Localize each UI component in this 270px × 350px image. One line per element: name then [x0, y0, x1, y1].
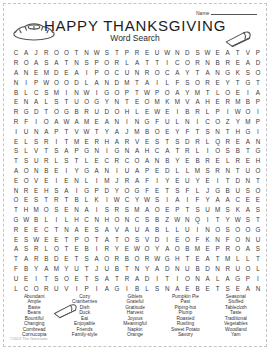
grid-cell: U: [92, 107, 102, 117]
grid-cell: M: [51, 264, 61, 274]
grid-cell: Y: [152, 244, 162, 254]
grid-cell: L: [61, 215, 71, 225]
grid-cell: S: [21, 244, 31, 254]
grid-cell: I: [203, 215, 213, 225]
grid-cell: S: [122, 205, 132, 215]
grid-cell: M: [122, 77, 132, 87]
grid-cell: Y: [182, 68, 192, 78]
grid-cell: I: [92, 244, 102, 254]
grid-cell: S: [223, 146, 233, 156]
grid-cell: V: [31, 146, 41, 156]
grid-cell: B: [152, 224, 162, 234]
grid-cell: S: [172, 136, 182, 146]
grid-cell: N: [92, 215, 102, 225]
grid-cell: O: [112, 215, 122, 225]
grid-cell: R: [182, 146, 192, 156]
grid-cell: S: [243, 185, 253, 195]
grid-cell: W: [152, 107, 162, 117]
grid-cell: I: [21, 77, 31, 87]
grid-cell: D: [51, 254, 61, 264]
grid-cell: I: [31, 273, 41, 283]
grid-cell: D: [31, 107, 41, 117]
grid-cell: W: [41, 77, 51, 87]
grid-cell: A: [31, 97, 41, 107]
grid-cell: O: [253, 166, 263, 176]
grid-cell: P: [71, 146, 81, 156]
grid-cell: W: [61, 117, 71, 127]
grid-cell: E: [41, 234, 51, 244]
word-item: Orange: [127, 332, 143, 337]
grid-cell: E: [61, 254, 71, 264]
grid-cell: T: [61, 126, 71, 136]
grid-cell: A: [223, 48, 233, 58]
grid-cell: T: [92, 126, 102, 136]
grid-cell: E: [92, 156, 102, 166]
grid-cell: P: [253, 48, 263, 58]
grid-cell: A: [21, 48, 31, 58]
grid-cell: E: [162, 205, 172, 215]
grid-cell: L: [172, 117, 182, 127]
grid-cell: H: [122, 107, 132, 117]
grid-cell: E: [203, 283, 213, 293]
grid-cell: Y: [31, 264, 41, 274]
grid-cell: A: [92, 254, 102, 264]
grid-cell: S: [253, 205, 263, 215]
grid-cell: N: [122, 146, 132, 156]
grid-cell: O: [172, 244, 182, 254]
grid-cell: N: [102, 77, 112, 87]
grid-cell: B: [233, 146, 243, 156]
grid-cell: A: [253, 87, 263, 97]
grid-cell: M: [82, 117, 92, 127]
grid-cell: S: [192, 48, 202, 58]
grid-cell: A: [243, 205, 253, 215]
grid-cell: A: [243, 283, 253, 293]
grid-cell: C: [41, 224, 51, 234]
grid-cell: T: [213, 215, 223, 225]
grid-cell: I: [162, 234, 172, 244]
grid-cell: A: [203, 254, 213, 264]
grid-cell: M: [132, 126, 142, 136]
grid-cell: I: [71, 185, 81, 195]
grid-cell: R: [122, 273, 132, 283]
grid-cell: B: [82, 244, 92, 254]
grid-cell: W: [132, 244, 142, 254]
grid-cell: N: [102, 166, 112, 176]
grid-cell: K: [203, 234, 213, 244]
grid-cell: I: [102, 195, 112, 205]
grid-cell: N: [132, 117, 142, 127]
grid-cell: E: [203, 244, 213, 254]
grid-cell: L: [21, 146, 31, 156]
grid-cell: A: [112, 136, 122, 146]
grid-cell: L: [253, 264, 263, 274]
grid-cell: A: [122, 224, 132, 234]
grid-cell: D: [71, 77, 81, 87]
grid-cell: O: [21, 58, 31, 68]
grid-cell: U: [162, 117, 172, 127]
grid-cell: T: [112, 234, 122, 244]
grid-cell: O: [51, 244, 61, 254]
grid-cell: E: [182, 283, 192, 293]
grid-cell: Y: [112, 244, 122, 254]
grid-cell: D: [112, 77, 122, 87]
grid-cell: N: [243, 175, 253, 185]
grid-cell: I: [92, 87, 102, 97]
grid-cell: A: [162, 244, 172, 254]
grid-cell: L: [192, 146, 202, 156]
grid-cell: G: [142, 117, 152, 127]
grid-cell: R: [41, 48, 51, 58]
grid-cell: Y: [71, 166, 81, 176]
grid-cell: E: [182, 156, 192, 166]
grid-cell: M: [192, 87, 202, 97]
grid-cell: N: [71, 205, 81, 215]
grid-cell: P: [82, 283, 92, 293]
grid-cell: A: [112, 126, 122, 136]
grid-cell: S: [102, 205, 112, 215]
grid-cell: Y: [172, 156, 182, 166]
grid-cell: H: [233, 126, 243, 136]
grid-cell: A: [132, 166, 142, 176]
grid-cell: I: [122, 117, 132, 127]
grid-cell: I: [172, 273, 182, 283]
grid-cell: A: [102, 224, 112, 234]
grid-cell: A: [51, 58, 61, 68]
grid-cell: S: [243, 215, 253, 225]
grid-cell: A: [41, 126, 51, 136]
grid-cell: T: [253, 175, 263, 185]
grid-cell: L: [11, 283, 21, 293]
grid-cell: M: [243, 117, 253, 127]
grid-cell: E: [233, 136, 243, 146]
grid-cell: R: [112, 58, 122, 68]
grid-cell: U: [31, 156, 41, 166]
grid-cell: D: [182, 136, 192, 146]
grid-cell: I: [162, 58, 172, 68]
grid-cell: G: [233, 273, 243, 283]
grid-cell: D: [152, 234, 162, 244]
grid-cell: O: [213, 146, 223, 156]
grid-cell: O: [142, 244, 152, 254]
grid-cell: T: [41, 146, 51, 156]
grid-cell: L: [82, 77, 92, 87]
grid-cell: T: [41, 273, 51, 283]
grid-cell: T: [162, 185, 172, 195]
grid-cell: V: [182, 97, 192, 107]
grid-cell: N: [203, 58, 213, 68]
grid-cell: A: [172, 87, 182, 97]
grid-cell: P: [172, 205, 182, 215]
grid-cell: W: [152, 254, 162, 264]
grid-cell: I: [162, 195, 172, 205]
grid-cell: R: [11, 58, 21, 68]
grid-cell: O: [61, 77, 71, 87]
grid-cell: T: [142, 58, 152, 68]
grid-cell: G: [11, 215, 21, 225]
grid-cell: W: [82, 87, 92, 97]
grid-cell: A: [172, 283, 182, 293]
grid-cell: U: [243, 166, 253, 176]
grid-cell: E: [172, 175, 182, 185]
grid-cell: B: [213, 58, 223, 68]
grid-cell: T: [71, 254, 81, 264]
grid-cell: W: [203, 48, 213, 58]
grid-cell: T: [41, 107, 51, 117]
grid-cell: W: [172, 215, 182, 225]
grid-cell: H: [71, 215, 81, 225]
word-item: Family-style: [72, 332, 98, 337]
grid-cell: A: [152, 264, 162, 274]
grid-cell: C: [122, 195, 132, 205]
grid-cell: U: [132, 224, 142, 234]
grid-cell: D: [162, 166, 172, 176]
grid-cell: Y: [223, 77, 233, 87]
grid-cell: F: [11, 264, 21, 274]
grid-cell: E: [142, 107, 152, 117]
grid-cell: E: [142, 48, 152, 58]
grid-cell: R: [31, 254, 41, 264]
grid-cell: H: [172, 254, 182, 264]
grid-cell: N: [213, 264, 223, 274]
grid-cell: T: [71, 156, 81, 166]
grid-cell: O: [213, 117, 223, 127]
grid-cell: R: [213, 166, 223, 176]
grid-cell: E: [213, 156, 223, 166]
grid-cell: N: [71, 87, 81, 97]
grid-cell: P: [122, 87, 132, 97]
grid-cell: U: [71, 264, 81, 274]
grid-cell: A: [102, 117, 112, 127]
grid-cell: T: [51, 224, 61, 234]
grid-cell: R: [82, 107, 92, 117]
grid-cell: N: [71, 175, 81, 185]
word-column: SeasonalStuffedTableclothTasteTraditiona…: [211, 294, 261, 340]
grid-cell: I: [102, 146, 112, 156]
grid-cell: P: [92, 68, 102, 78]
grid-cell: V: [142, 234, 152, 244]
grid-cell: S: [11, 146, 21, 156]
grid-cell: N: [182, 117, 192, 127]
grid-cell: P: [51, 126, 61, 136]
grid-cell: M: [41, 68, 51, 78]
grid-cell: G: [82, 146, 92, 156]
grid-cell: E: [142, 136, 152, 146]
grid-cell: Z: [223, 117, 233, 127]
grid-cell: A: [71, 224, 81, 234]
grid-cell: P: [31, 77, 41, 87]
grid-cell: B: [142, 126, 152, 136]
grid-cell: G: [82, 166, 92, 176]
grid-cell: V: [112, 224, 122, 234]
grid-cell: U: [253, 234, 263, 244]
grid-cell: G: [223, 68, 233, 78]
grid-cell: D: [102, 107, 112, 117]
name-blank-line: [211, 8, 257, 15]
grid-cell: W: [233, 107, 243, 117]
grid-cell: Y: [102, 126, 112, 136]
grid-cell: F: [182, 126, 192, 136]
grid-cell: T: [162, 273, 172, 283]
grid-cell: T: [11, 156, 21, 166]
grid-cell: N: [162, 283, 172, 293]
word-column: Pumpkin PiePastPiping-hotPlumpRoastedRus…: [160, 294, 210, 340]
grid-cell: T: [11, 205, 21, 215]
grid-cell: R: [223, 136, 233, 146]
grid-cell: I: [182, 195, 192, 205]
grid-cell: L: [82, 175, 92, 185]
grid-cell: L: [213, 87, 223, 97]
grid-cell: E: [92, 117, 102, 127]
grid-cell: L: [41, 244, 51, 254]
grid-cell: N: [21, 68, 31, 78]
grid-cell: N: [203, 224, 213, 234]
grid-cell: W: [142, 87, 152, 97]
grid-cell: O: [102, 58, 112, 68]
grid-cell: I: [243, 87, 253, 97]
grid-cell: I: [82, 68, 92, 78]
grid-cell: R: [41, 136, 51, 146]
grid-cell: E: [213, 97, 223, 107]
grid-cell: P: [152, 87, 162, 97]
grid-cell: O: [152, 205, 162, 215]
grid-cell: F: [192, 234, 202, 244]
grid-cell: I: [122, 283, 132, 293]
grid-cell: D: [253, 58, 263, 68]
grid-cell: L: [41, 215, 51, 225]
grid-cell: N: [112, 97, 122, 107]
grid-cell: C: [233, 195, 243, 205]
grid-cell: F: [223, 234, 233, 244]
grid-cell: E: [192, 254, 202, 264]
grid-cell: A: [142, 205, 152, 215]
grid-cell: O: [82, 234, 92, 244]
grid-cell: N: [213, 68, 223, 78]
grid-cell: A: [92, 166, 102, 176]
grid-cell: Y: [102, 97, 112, 107]
grid-cell: L: [82, 156, 92, 166]
grid-cell: G: [82, 185, 92, 195]
grid-cell: C: [162, 68, 172, 78]
grid-cell: O: [233, 234, 243, 244]
grid-cell: S: [152, 136, 162, 146]
grid-cell: E: [21, 273, 31, 283]
grid-cell: C: [203, 117, 213, 127]
grid-cell: G: [132, 185, 142, 195]
grid-cell: R: [31, 244, 41, 254]
grid-cell: Y: [162, 175, 172, 185]
grid-cell: O: [21, 175, 31, 185]
grid-cell: A: [203, 68, 213, 78]
grid-cell: N: [31, 166, 41, 176]
grid-cell: O: [223, 87, 233, 97]
grid-cell: E: [213, 48, 223, 58]
grid-cell: T: [213, 254, 223, 264]
grid-cell: C: [102, 156, 112, 166]
grid-cell: D: [182, 48, 192, 58]
grid-cell: S: [82, 254, 92, 264]
grid-cell: N: [192, 273, 202, 283]
grid-cell: O: [233, 224, 243, 234]
grid-cell: B: [182, 107, 192, 117]
grid-cell: E: [11, 97, 21, 107]
grid-cell: F: [192, 195, 202, 205]
grid-cell: I: [92, 283, 102, 293]
grid-cell: R: [223, 264, 233, 274]
grid-cell: N: [213, 126, 223, 136]
grid-cell: U: [122, 166, 132, 176]
grid-cell: S: [82, 58, 92, 68]
grid-cell: H: [203, 97, 213, 107]
grid-cell: R: [223, 58, 233, 68]
grid-cell: S: [172, 185, 182, 195]
grid-cell: J: [31, 48, 41, 58]
grid-cell: R: [233, 156, 243, 166]
grid-cell: I: [253, 126, 263, 136]
grid-cell: O: [31, 283, 41, 293]
grid-cell: L: [182, 166, 192, 176]
grid-cell: T: [122, 264, 132, 274]
grid-cell: C: [21, 283, 31, 293]
grid-cell: N: [253, 283, 263, 293]
grid-cell: A: [172, 68, 182, 78]
grid-cell: L: [233, 254, 243, 264]
grid-cell: O: [41, 117, 51, 127]
grid-cell: Q: [213, 136, 223, 146]
grid-cell: T: [122, 97, 132, 107]
grid-cell: A: [132, 58, 142, 68]
grid-cell: A: [11, 244, 21, 254]
grid-cell: M: [192, 244, 202, 254]
grid-cell: Y: [112, 185, 122, 195]
grid-cell: N: [21, 97, 31, 107]
grid-cell: T: [192, 68, 202, 78]
grid-cell: U: [122, 68, 132, 78]
grid-cell: M: [192, 166, 202, 176]
grid-cell: E: [172, 234, 182, 244]
grid-cell: A: [102, 234, 112, 244]
grid-cell: E: [82, 136, 92, 146]
grid-cell: M: [213, 205, 223, 215]
grid-cell: O: [152, 126, 162, 136]
grid-cell: L: [243, 254, 253, 264]
grid-cell: B: [71, 195, 81, 205]
grid-cell: S: [21, 234, 31, 244]
grid-cell: U: [51, 283, 61, 293]
grid-cell: F: [152, 117, 162, 127]
grid-cell: A: [172, 195, 182, 205]
grid-cell: A: [61, 146, 71, 156]
grid-cell: L: [41, 97, 51, 107]
grid-cell: K: [162, 97, 172, 107]
grid-cell: U: [11, 273, 21, 283]
grid-cell: R: [223, 97, 233, 107]
grid-cell: A: [11, 166, 21, 176]
grid-cell: F: [182, 185, 192, 195]
grid-cell: S: [41, 58, 51, 68]
grid-cell: O: [61, 48, 71, 58]
grid-cell: I: [61, 87, 71, 97]
grid-cell: T: [253, 77, 263, 87]
letter-grid: CAJROOTNWSTPREUWNDSWEATVPROASATNSPORLATT…: [11, 48, 263, 293]
grid-cell: I: [192, 117, 202, 127]
grid-cell: I: [223, 107, 233, 117]
grid-cell: T: [233, 166, 243, 176]
grid-cell: A: [243, 244, 253, 254]
grid-cell: L: [122, 58, 132, 68]
grid-cell: I: [11, 126, 21, 136]
grid-cell: I: [203, 146, 213, 156]
